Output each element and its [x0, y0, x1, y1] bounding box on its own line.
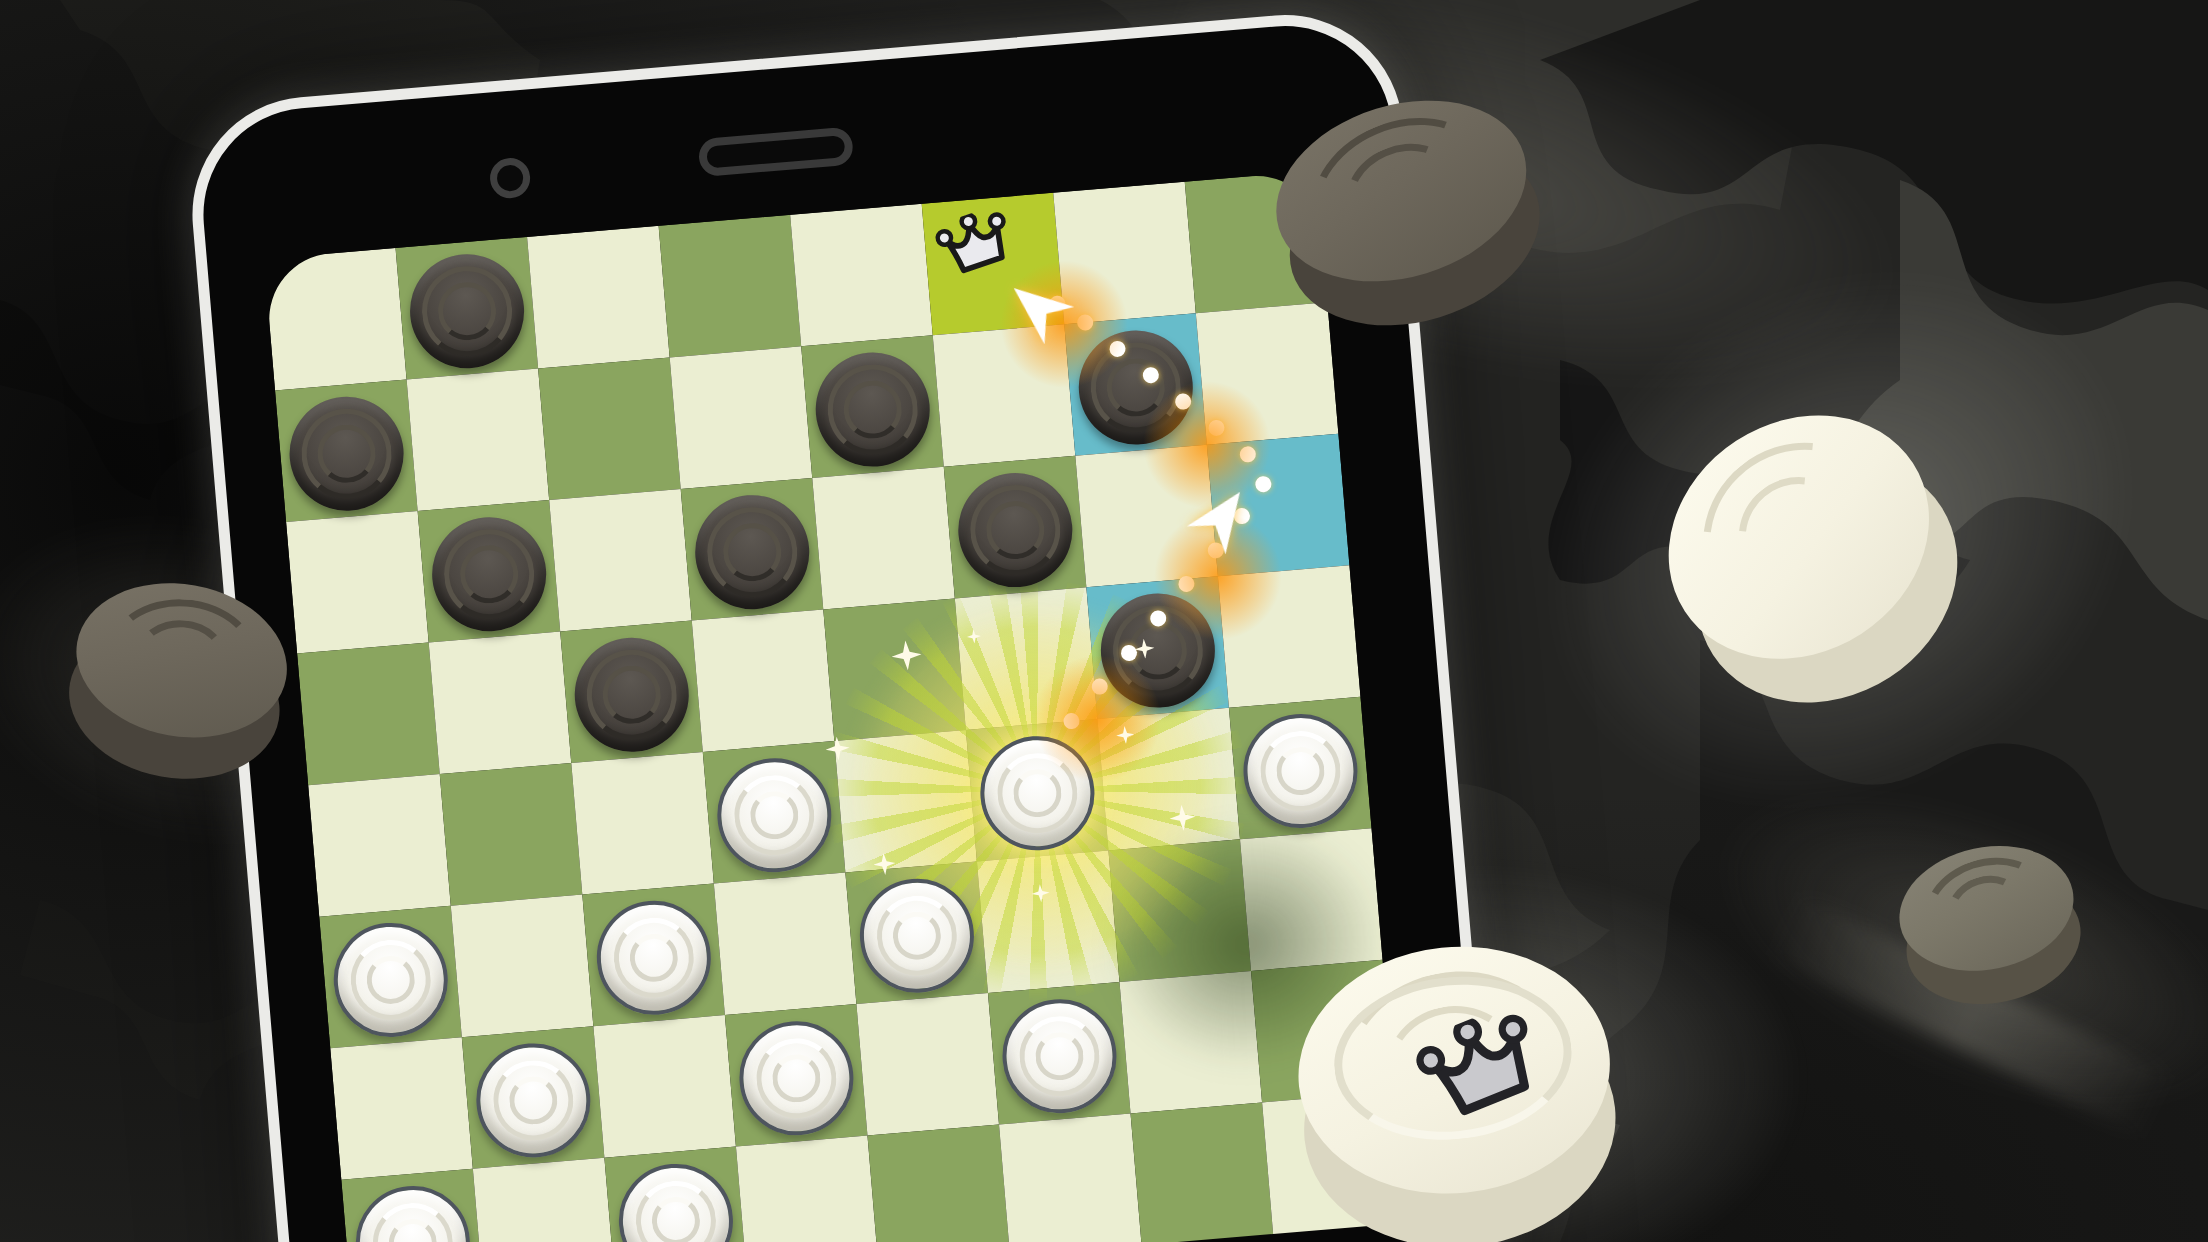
board-square-c4r6 [856, 993, 999, 1136]
board-square-c4r5[interactable] [845, 861, 988, 1004]
board-square-c3r6[interactable] [725, 1004, 868, 1147]
board-square-c7r6[interactable] [1251, 960, 1394, 1103]
board-square-c3r2[interactable] [681, 478, 824, 621]
board-square-c7r1 [1196, 302, 1339, 445]
board-square-c4r1[interactable] [801, 335, 944, 478]
board-square-c3r1 [670, 346, 813, 489]
board-square-c1r6[interactable] [462, 1026, 605, 1169]
board-square-c2r2 [549, 489, 692, 632]
board-square-c3r5 [714, 873, 857, 1016]
board-square-c6r1[interactable] [1064, 313, 1207, 456]
board-square-c5r1 [933, 324, 1076, 467]
board-square-c4r0 [790, 204, 933, 347]
board-square-c7r2[interactable] [1207, 434, 1350, 577]
board-square-c0r3[interactable] [297, 643, 440, 786]
board-square-c6r5[interactable] [1108, 839, 1251, 982]
board-square-c6r2 [1075, 445, 1218, 588]
board-square-c2r3[interactable] [560, 620, 703, 763]
board-square-c1r7 [473, 1158, 616, 1242]
board-square-c3r3 [692, 609, 835, 752]
board-square-c1r4[interactable] [440, 763, 583, 906]
board-square-c2r4 [571, 752, 714, 895]
board-square-c1r5 [451, 895, 594, 1038]
board-square-c2r7[interactable] [604, 1147, 747, 1242]
board-square-c4r4 [834, 730, 977, 873]
board-square-c4r7[interactable] [867, 1125, 1010, 1242]
board-square-c4r3[interactable] [823, 598, 966, 741]
board-square-c0r1[interactable] [275, 379, 418, 522]
board-square-c5r4[interactable] [966, 719, 1109, 862]
board-square-c7r4[interactable] [1229, 697, 1372, 840]
board-square-c5r3 [955, 587, 1098, 730]
checkers-board [264, 171, 1405, 1242]
board-square-c6r3[interactable] [1086, 576, 1229, 719]
board-square-c6r4 [1097, 708, 1240, 851]
board-square-c0r4 [308, 774, 451, 917]
board-square-c0r5[interactable] [319, 906, 462, 1049]
board-square-c5r7 [999, 1113, 1142, 1242]
board-square-c1r1 [407, 368, 550, 511]
board-square-c7r7 [1262, 1091, 1405, 1234]
board-square-c0r7[interactable] [341, 1169, 484, 1242]
board-square-c5r0[interactable] [922, 193, 1065, 336]
board-square-c6r6 [1119, 971, 1262, 1114]
board-square-c0r2 [286, 511, 429, 654]
game-screen [264, 171, 1420, 1242]
board-square-c6r0 [1053, 182, 1196, 325]
board-square-c4r2 [812, 467, 955, 610]
board-square-c3r0[interactable] [659, 215, 802, 358]
board-square-c6r7[interactable] [1131, 1102, 1274, 1242]
board-square-c3r7 [736, 1136, 879, 1242]
board-square-c1r2[interactable] [418, 500, 561, 643]
board-square-c2r6 [593, 1015, 736, 1158]
board-square-c5r5 [977, 850, 1120, 993]
board-square-c2r0 [527, 226, 670, 369]
board-square-c0r6 [330, 1037, 473, 1180]
board-square-c1r0[interactable] [396, 237, 539, 380]
board-square-c1r3 [429, 632, 572, 775]
board-square-c2r1[interactable] [538, 357, 681, 500]
board-square-c7r5 [1240, 828, 1383, 971]
board-square-c2r5[interactable] [582, 884, 725, 1027]
checkers-promo-screenshot: { "app": {"name": "Checkers mobile game … [0, 0, 2208, 1242]
board-square-c5r6[interactable] [988, 982, 1131, 1125]
board-square-c3r4[interactable] [703, 741, 846, 884]
board-square-c5r2[interactable] [944, 456, 1087, 599]
board-square-c7r3 [1218, 565, 1361, 708]
